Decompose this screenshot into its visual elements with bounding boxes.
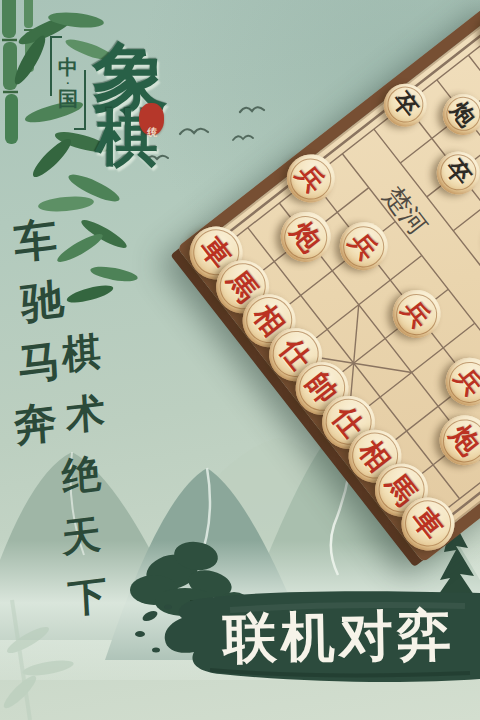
slogan-column-2: 棋 术 绝 天 下 xyxy=(62,326,107,624)
logo-seal: 传统 xyxy=(139,103,164,135)
piece-glyph: 兵 xyxy=(451,363,480,399)
logo-country-frame: 中 · 国 xyxy=(50,36,86,130)
logo-char: 中 xyxy=(58,55,78,79)
piece-glyph: 卒 xyxy=(441,155,475,189)
slogan-char: 天 xyxy=(61,506,108,566)
piece-glyph: 炮 xyxy=(447,98,479,130)
piece-red-兵[interactable]: 兵 xyxy=(330,212,397,279)
piece-black-炮[interactable]: 炮 xyxy=(435,85,480,143)
slogan-char: 棋 xyxy=(61,323,108,383)
slogan-char: 奔 xyxy=(13,392,66,456)
piece-glyph: 車 xyxy=(408,503,449,544)
slogan-char: 车 xyxy=(13,209,66,273)
slogan-char: 术 xyxy=(65,384,109,443)
slogan-char: 马 xyxy=(17,331,66,395)
logo-dot: · xyxy=(66,80,70,87)
piece-glyph: 炮 xyxy=(286,217,325,256)
piece-glyph: 卒 xyxy=(389,88,423,122)
piece-red-炮[interactable]: 炮 xyxy=(271,202,341,272)
piece-glyph: 兵 xyxy=(293,160,329,196)
app-screen: 中 · 国 象 棋 传统 车 驰 马 奔 棋 术 绝 天 下 xyxy=(0,0,480,720)
piece-red-兵[interactable]: 兵 xyxy=(383,280,450,347)
piece-red-兵[interactable]: 兵 xyxy=(436,348,480,415)
piece-red-炮[interactable]: 炮 xyxy=(430,405,480,475)
piece-glyph: 兵 xyxy=(398,296,434,332)
slogan-char: 绝 xyxy=(61,445,108,505)
slogan-column-1: 车 驰 马 奔 xyxy=(14,212,64,453)
slogan-char: 下 xyxy=(67,568,109,627)
piece-glyph: 兵 xyxy=(346,228,382,264)
app-logo: 中 · 国 象 棋 传统 xyxy=(0,0,220,180)
slogan-char: 驰 xyxy=(20,270,66,333)
piece-glyph: 炮 xyxy=(445,421,480,460)
piece-black-卒[interactable]: 卒 xyxy=(428,142,480,202)
logo-char: 国 xyxy=(58,87,78,111)
